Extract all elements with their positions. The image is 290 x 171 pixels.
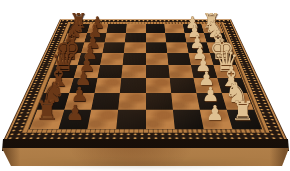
square-d7 [73, 65, 100, 78]
board-ornament-border [6, 20, 283, 139]
square-e1 [209, 53, 235, 65]
square-h6 [106, 24, 126, 33]
square-a4 [145, 110, 174, 129]
square-g5 [125, 33, 145, 43]
square-e6 [100, 53, 124, 65]
square-g6 [104, 33, 125, 43]
board-grid [29, 24, 260, 129]
square-d2 [190, 65, 217, 78]
square-c6 [94, 78, 121, 93]
square-c1 [217, 78, 247, 93]
chess-set-photo: ♜♞♝♚♛♝♞♜♟♟♟♟♟♟♟♟♟♟♟♟♟♟♟♟♜♞♝♚♛♝♞♜ [0, 0, 290, 171]
square-g7 [84, 33, 106, 43]
square-d1 [213, 65, 241, 78]
square-d6 [97, 65, 122, 78]
square-c7 [69, 78, 97, 93]
square-h8 [67, 24, 89, 33]
square-e7 [77, 53, 102, 65]
square-h7 [87, 24, 108, 33]
square-f5 [124, 42, 145, 53]
square-b6 [91, 93, 120, 110]
square-f2 [186, 42, 210, 53]
square-d3 [168, 65, 193, 78]
square-d8 [49, 65, 77, 78]
board-inner-border [21, 22, 269, 132]
square-h2 [182, 24, 203, 33]
square-a3 [172, 110, 203, 129]
square-g1 [203, 33, 226, 43]
square-g4 [145, 33, 165, 43]
square-h5 [126, 24, 145, 33]
square-b3 [170, 93, 199, 110]
square-e8 [55, 53, 81, 65]
board-grid-frame [28, 24, 262, 130]
square-b7 [64, 93, 94, 110]
square-b4 [145, 93, 172, 110]
shadow [10, 161, 280, 170]
square-b5 [118, 93, 145, 110]
square-g8 [64, 33, 87, 43]
square-c3 [169, 78, 196, 93]
square-a7 [58, 110, 91, 129]
square-g3 [164, 33, 185, 43]
square-f4 [145, 42, 166, 53]
square-f1 [206, 42, 231, 53]
square-e3 [166, 53, 190, 65]
chess-board [3, 19, 288, 141]
square-a5 [116, 110, 145, 129]
square-f3 [165, 42, 187, 53]
square-a6 [87, 110, 118, 129]
square-e2 [188, 53, 213, 65]
square-h3 [164, 24, 184, 33]
square-c5 [120, 78, 145, 93]
square-d4 [145, 65, 169, 78]
square-f7 [81, 42, 105, 53]
square-h1 [201, 24, 223, 33]
square-h4 [145, 24, 164, 33]
square-c2 [193, 78, 221, 93]
square-e5 [122, 53, 145, 65]
square-b1 [221, 93, 253, 110]
square-a1 [226, 110, 261, 129]
square-g2 [184, 33, 206, 43]
square-f6 [102, 42, 124, 53]
square-e4 [145, 53, 168, 65]
square-d5 [121, 65, 145, 78]
square-c4 [145, 78, 170, 93]
square-f8 [59, 42, 84, 53]
board-outer-rim [3, 19, 288, 141]
